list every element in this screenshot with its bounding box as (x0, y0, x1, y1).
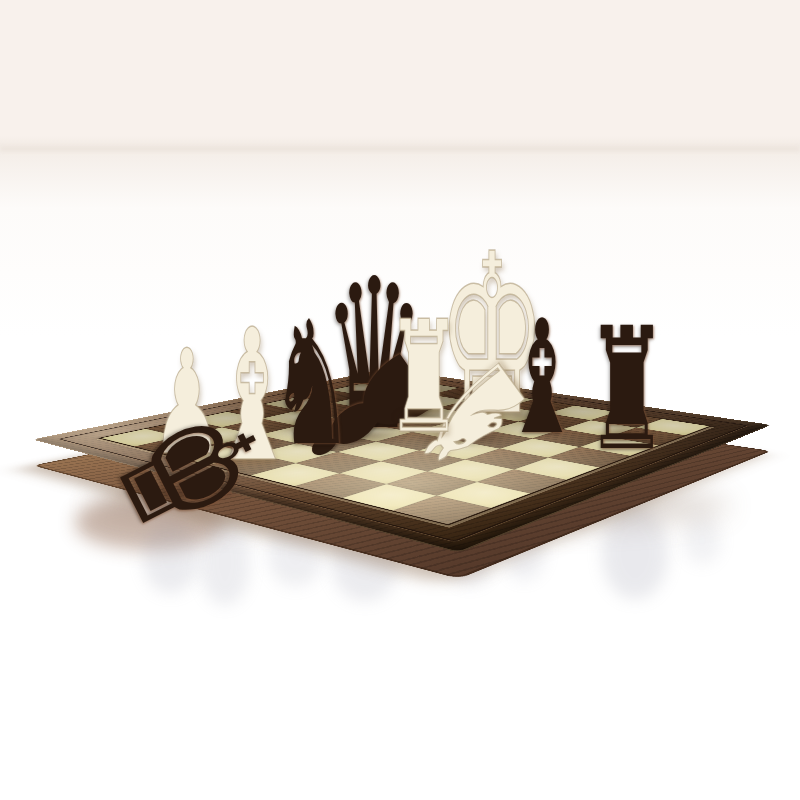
dark-rook[interactable]: ♜ (585, 305, 668, 474)
pieces-layer: ♟♝♞♛♜♚♝♜♟♞♚ (0, 0, 800, 800)
white-rook[interactable]: ♜ (386, 300, 462, 455)
dark-bishop[interactable]: ♝ (503, 299, 580, 456)
chocolate-chess-scene: ♟♝♞♛♜♚♝♜♟♞♚ (0, 0, 800, 800)
